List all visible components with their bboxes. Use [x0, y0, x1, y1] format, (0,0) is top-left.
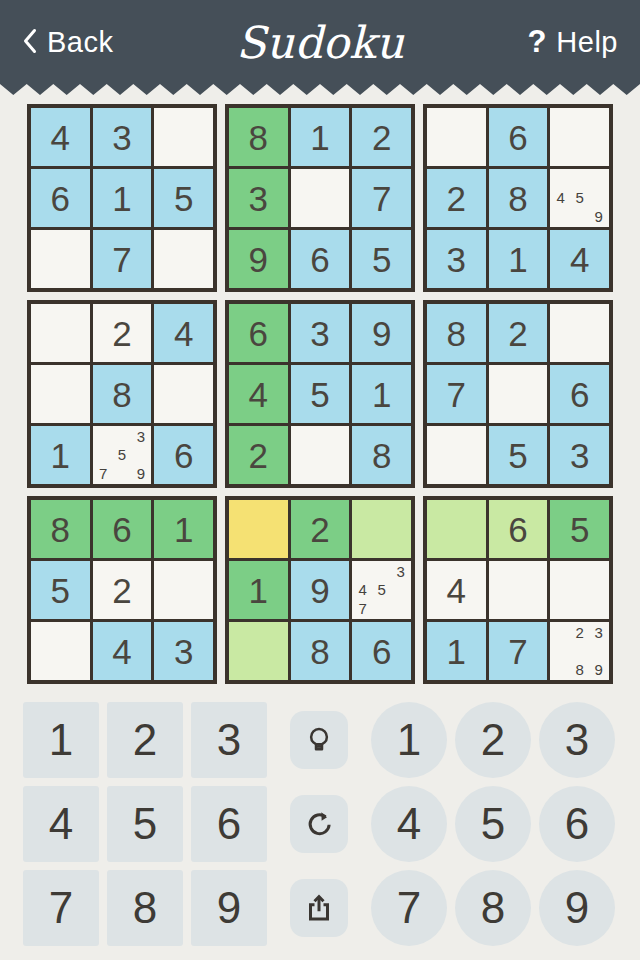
- cell-r6c5[interactable]: [291, 426, 350, 484]
- cell-r5c4[interactable]: 4: [229, 365, 288, 423]
- cell-r6c1[interactable]: 1: [31, 426, 90, 484]
- pencil-mark-slot: 3: [391, 562, 410, 581]
- box-r1c3: 628459314: [423, 104, 613, 292]
- numpad-left-key-3[interactable]: 3: [191, 702, 267, 778]
- cell-r4c4[interactable]: 6: [229, 304, 288, 362]
- cell-r1c3[interactable]: [154, 108, 213, 166]
- box-r3c3: 654172389: [423, 496, 613, 684]
- pencil-marks: 3457: [353, 562, 410, 618]
- cell-r1c5[interactable]: 1: [291, 108, 350, 166]
- numpad-right-key-8[interactable]: 8: [455, 870, 531, 946]
- numpad-right-key-1[interactable]: 1: [371, 702, 447, 778]
- pencil-mark-slot: [551, 642, 570, 661]
- hint-button[interactable]: [290, 711, 348, 769]
- given-digit: 9: [310, 573, 329, 608]
- cell-r5c1[interactable]: [31, 365, 90, 423]
- given-digit: 8: [51, 512, 70, 547]
- cell-r1c2[interactable]: 3: [93, 108, 152, 166]
- zigzag-path: [0, 84, 640, 95]
- given-digit: 1: [249, 573, 268, 608]
- given-digit: 4: [112, 634, 131, 669]
- cell-r5c3[interactable]: [154, 365, 213, 423]
- numpad-left: 123456789: [23, 702, 267, 946]
- given-digit: 8: [372, 438, 391, 473]
- chevron-left-icon: [22, 28, 37, 57]
- given-digit: 6: [51, 181, 70, 216]
- cell-r3c8[interactable]: 1: [489, 230, 548, 288]
- given-digit: 1: [372, 377, 391, 412]
- pencil-mark-slot: [551, 623, 570, 642]
- given-digit: 7: [508, 634, 527, 669]
- question-mark-icon: ?: [527, 24, 546, 60]
- pencil-mark-slot: 3: [589, 623, 608, 642]
- given-digit: 5: [310, 377, 329, 412]
- pencil-mark-slot: [570, 207, 589, 226]
- box-r1c2: 81237965: [225, 104, 415, 292]
- cell-r9c4[interactable]: [229, 622, 288, 680]
- pencil-mark-slot: [589, 642, 608, 661]
- given-digit: 2: [249, 438, 268, 473]
- cell-r6c7[interactable]: [427, 426, 486, 484]
- cell-r4c3[interactable]: 4: [154, 304, 213, 362]
- cell-r1c7[interactable]: [427, 108, 486, 166]
- cell-r1c8[interactable]: 6: [489, 108, 548, 166]
- pencil-mark-slot: 8: [570, 660, 589, 679]
- box-r2c3: 827653: [423, 300, 613, 488]
- pencil-mark-slot: [131, 446, 150, 465]
- cell-r9c7[interactable]: 1: [427, 622, 486, 680]
- share-button[interactable]: [290, 879, 348, 937]
- back-label: Back: [47, 26, 113, 59]
- pencil-mark-slot: [113, 427, 132, 446]
- given-digit: 1: [447, 634, 466, 669]
- help-label: Help: [556, 26, 618, 59]
- back-button[interactable]: Back: [22, 26, 113, 59]
- header: Back Sudoku ? Help: [0, 0, 640, 84]
- cell-r2c3[interactable]: 5: [154, 169, 213, 227]
- given-digit: 2: [508, 316, 527, 351]
- cell-r7c2[interactable]: 6: [93, 500, 152, 558]
- cell-r7c1[interactable]: 8: [31, 500, 90, 558]
- pencil-mark-slot: [570, 642, 589, 661]
- box-r1c1: 436157: [27, 104, 217, 292]
- given-digit: 1: [174, 512, 193, 547]
- cell-r1c9[interactable]: [550, 108, 609, 166]
- given-digit: 4: [570, 242, 589, 277]
- pencil-mark-slot: [551, 170, 570, 189]
- redo-icon: [304, 809, 334, 839]
- cell-r3c3[interactable]: [154, 230, 213, 288]
- cell-r8c9[interactable]: [550, 561, 609, 619]
- numpad-left-key-9[interactable]: 9: [191, 870, 267, 946]
- cell-r9c9[interactable]: 2389: [550, 622, 609, 680]
- cell-r4c5[interactable]: 3: [291, 304, 350, 362]
- share-icon: [304, 893, 334, 923]
- pencil-mark-slot: 5: [570, 189, 589, 208]
- given-digit: 5: [51, 573, 70, 608]
- given-digit: 3: [174, 634, 193, 669]
- keypad-area: 123456789: [23, 702, 617, 946]
- pencil-mark-slot: 3: [131, 427, 150, 446]
- cell-r2c2[interactable]: 1: [93, 169, 152, 227]
- cell-r4c6[interactable]: 9: [352, 304, 411, 362]
- cell-r7c8[interactable]: 6: [489, 500, 548, 558]
- cell-r8c6[interactable]: 3457: [352, 561, 411, 619]
- cell-r5c9[interactable]: 6: [550, 365, 609, 423]
- pencil-mark-slot: [391, 581, 410, 600]
- given-digit: 8: [310, 634, 329, 669]
- pencil-mark-slot: [589, 170, 608, 189]
- numpad-right-key-3[interactable]: 3: [539, 702, 615, 778]
- given-digit: 4: [249, 377, 268, 412]
- given-digit: 3: [447, 242, 466, 277]
- given-digit: 1: [508, 242, 527, 277]
- cell-r1c6[interactable]: 2: [352, 108, 411, 166]
- given-digit: 2: [310, 512, 329, 547]
- cell-r5c6[interactable]: 1: [352, 365, 411, 423]
- numpad-left-key-1[interactable]: 1: [23, 702, 99, 778]
- user-digit: 6: [508, 512, 527, 547]
- pencil-mark-slot: 9: [131, 464, 150, 483]
- numpad-right-key-5[interactable]: 5: [455, 786, 531, 862]
- given-digit: 5: [174, 181, 193, 216]
- cell-r2c9[interactable]: 459: [550, 169, 609, 227]
- given-digit: 3: [570, 438, 589, 473]
- pencil-mark-slot: [94, 427, 113, 446]
- cell-r8c3[interactable]: [154, 561, 213, 619]
- numpad-left-key-7[interactable]: 7: [23, 870, 99, 946]
- numpad-left-key-8[interactable]: 8: [107, 870, 183, 946]
- pencil-mark-slot: 5: [372, 581, 391, 600]
- pencil-mark-slot: [372, 562, 391, 581]
- cell-r4c8[interactable]: 2: [489, 304, 548, 362]
- cell-r6c8[interactable]: 5: [489, 426, 548, 484]
- cell-r3c1[interactable]: [31, 230, 90, 288]
- given-digit: 8: [447, 316, 466, 351]
- numpad-left-key-2[interactable]: 2: [107, 702, 183, 778]
- numpad-left-key-6[interactable]: 6: [191, 786, 267, 862]
- cell-r7c5[interactable]: 2: [291, 500, 350, 558]
- cell-r6c6[interactable]: 8: [352, 426, 411, 484]
- help-button[interactable]: ? Help: [527, 24, 618, 60]
- numpad-right-key-7[interactable]: 7: [371, 870, 447, 946]
- given-digit: 4: [51, 120, 70, 155]
- given-digit: 3: [249, 181, 268, 216]
- cell-r2c7[interactable]: 2: [427, 169, 486, 227]
- pencil-marks: 459: [551, 170, 608, 226]
- cell-r5c8[interactable]: [489, 365, 548, 423]
- cell-r3c2[interactable]: 7: [93, 230, 152, 288]
- given-digit: 7: [372, 181, 391, 216]
- cell-r6c4[interactable]: 2: [229, 426, 288, 484]
- cell-r3c9[interactable]: 4: [550, 230, 609, 288]
- given-digit: 6: [372, 634, 391, 669]
- cell-r8c4[interactable]: 1: [229, 561, 288, 619]
- cell-r9c2[interactable]: 4: [93, 622, 152, 680]
- cell-r8c8[interactable]: [489, 561, 548, 619]
- cell-r3c7[interactable]: 3: [427, 230, 486, 288]
- cell-r2c4[interactable]: 3: [229, 169, 288, 227]
- cell-r9c5[interactable]: 8: [291, 622, 350, 680]
- redo-button[interactable]: [290, 795, 348, 853]
- given-digit: 6: [508, 120, 527, 155]
- cell-r7c3[interactable]: 1: [154, 500, 213, 558]
- box-r2c1: 248135796: [27, 300, 217, 488]
- cell-r7c7[interactable]: [427, 500, 486, 558]
- given-digit: 8: [508, 181, 527, 216]
- given-digit: 6: [570, 377, 589, 412]
- board: 4361578123796562845931424813579663945128…: [27, 104, 613, 684]
- box-r3c1: 8615243: [27, 496, 217, 684]
- cell-r4c1[interactable]: [31, 304, 90, 362]
- cell-r8c5[interactable]: 9: [291, 561, 350, 619]
- given-digit: 9: [372, 316, 391, 351]
- cell-r6c3[interactable]: 6: [154, 426, 213, 484]
- pencil-mark-slot: [551, 660, 570, 679]
- pencil-mark-slot: 4: [353, 581, 372, 600]
- tool-column: [290, 702, 348, 946]
- cell-r9c8[interactable]: 7: [489, 622, 548, 680]
- given-digit: 6: [174, 438, 193, 473]
- cell-r3c4[interactable]: 9: [229, 230, 288, 288]
- given-digit: 8: [249, 120, 268, 155]
- pencil-mark-slot: [589, 189, 608, 208]
- pencil-mark-slot: [570, 170, 589, 189]
- cell-r4c7[interactable]: 8: [427, 304, 486, 362]
- pencil-mark-slot: 2: [570, 623, 589, 642]
- given-digit: 9: [249, 242, 268, 277]
- pencil-mark-slot: 7: [353, 599, 372, 618]
- box-r2c2: 63945128: [225, 300, 415, 488]
- numpad-right-key-9[interactable]: 9: [539, 870, 615, 946]
- numpad-left-key-4[interactable]: 4: [23, 786, 99, 862]
- pencil-mark-slot: [113, 464, 132, 483]
- cell-r2c6[interactable]: 7: [352, 169, 411, 227]
- cell-r2c8[interactable]: 8: [489, 169, 548, 227]
- given-digit: 5: [570, 512, 589, 547]
- cell-r5c5[interactable]: 5: [291, 365, 350, 423]
- cell-r1c1[interactable]: 4: [31, 108, 90, 166]
- cell-r4c9[interactable]: [550, 304, 609, 362]
- cell-r3c5[interactable]: 6: [291, 230, 350, 288]
- cell-r8c2[interactable]: 2: [93, 561, 152, 619]
- numpad-right-key-2[interactable]: 2: [455, 702, 531, 778]
- cell-r5c7[interactable]: 7: [427, 365, 486, 423]
- given-digit: 4: [174, 316, 193, 351]
- pencil-mark-slot: 4: [551, 189, 570, 208]
- pencil-marks: 3579: [94, 427, 151, 483]
- given-digit: 6: [249, 316, 268, 351]
- numpad-right-key-6[interactable]: 6: [539, 786, 615, 862]
- cell-r6c9[interactable]: 3: [550, 426, 609, 484]
- cell-r6c2[interactable]: 3579: [93, 426, 152, 484]
- pencil-mark-slot: 9: [589, 207, 608, 226]
- cell-r7c6[interactable]: [352, 500, 411, 558]
- cell-r2c5[interactable]: [291, 169, 350, 227]
- user-digit: 2: [112, 573, 131, 608]
- cell-r7c9[interactable]: 5: [550, 500, 609, 558]
- cell-r2c1[interactable]: 6: [31, 169, 90, 227]
- cell-r9c6[interactable]: 6: [352, 622, 411, 680]
- cell-r8c1[interactable]: 5: [31, 561, 90, 619]
- given-digit: 5: [372, 242, 391, 277]
- zigzag-edge: [0, 84, 640, 96]
- cell-r4c2[interactable]: 2: [93, 304, 152, 362]
- given-digit: 6: [112, 512, 131, 547]
- given-digit: 3: [310, 316, 329, 351]
- pencil-marks: 2389: [551, 623, 608, 679]
- pencil-mark-slot: [391, 599, 410, 618]
- pencil-mark-slot: 5: [113, 446, 132, 465]
- user-digit: 4: [447, 573, 466, 608]
- numpad-left-key-5[interactable]: 5: [107, 786, 183, 862]
- given-digit: 2: [372, 120, 391, 155]
- cell-r9c1[interactable]: [31, 622, 90, 680]
- given-digit: 7: [447, 377, 466, 412]
- given-digit: 1: [51, 438, 70, 473]
- lightbulb-icon: [304, 725, 334, 755]
- given-digit: 3: [112, 120, 131, 155]
- given-digit: 1: [310, 120, 329, 155]
- cell-r7c4[interactable]: [229, 500, 288, 558]
- numpad-right-key-4[interactable]: 4: [371, 786, 447, 862]
- pencil-mark-slot: [372, 599, 391, 618]
- given-digit: 5: [508, 438, 527, 473]
- pencil-mark-slot: [551, 207, 570, 226]
- numpad-right: 123456789: [371, 702, 615, 946]
- given-digit: 2: [447, 181, 466, 216]
- pencil-mark-slot: [353, 562, 372, 581]
- cell-r1c4[interactable]: 8: [229, 108, 288, 166]
- cell-r9c3[interactable]: 3: [154, 622, 213, 680]
- cell-r8c7[interactable]: 4: [427, 561, 486, 619]
- given-digit: 1: [112, 181, 131, 216]
- pencil-mark-slot: [94, 446, 113, 465]
- given-digit: 7: [112, 242, 131, 277]
- cell-r3c6[interactable]: 5: [352, 230, 411, 288]
- given-digit: 6: [310, 242, 329, 277]
- given-digit: 8: [112, 377, 131, 412]
- pencil-mark-slot: 7: [94, 464, 113, 483]
- box-r3c2: 219345786: [225, 496, 415, 684]
- user-digit: 2: [112, 316, 131, 351]
- cell-r5c2[interactable]: 8: [93, 365, 152, 423]
- pencil-mark-slot: 9: [589, 660, 608, 679]
